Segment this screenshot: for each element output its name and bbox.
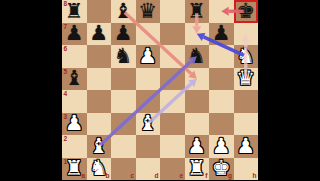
square-e1[interactable]: e [160, 158, 185, 181]
rank-label-1: 1 [64, 159, 68, 166]
square-e3[interactable] [160, 113, 185, 136]
square-d7[interactable] [136, 23, 161, 46]
piece-black-bishop[interactable]: ♝ [65, 68, 84, 89]
rank-label-5: 5 [64, 69, 68, 76]
piece-black-knight[interactable]: ♞ [187, 46, 206, 67]
piece-white-bishop[interactable]: ♝ [89, 136, 108, 157]
square-b3[interactable] [87, 113, 112, 136]
square-g6[interactable] [209, 45, 234, 68]
piece-white-rook[interactable]: ♜ [187, 158, 206, 179]
square-a1[interactable]: 1a♜ [62, 158, 87, 181]
piece-black-pawn[interactable]: ♟ [65, 23, 84, 44]
square-f7[interactable] [185, 23, 210, 46]
square-c7[interactable]: ♟ [111, 23, 136, 46]
square-d2[interactable] [136, 135, 161, 158]
square-b6[interactable] [87, 45, 112, 68]
rank-label-2: 2 [64, 136, 68, 143]
piece-black-rook[interactable]: ♜ [65, 1, 84, 22]
square-g3[interactable] [209, 113, 234, 136]
piece-white-bishop[interactable]: ♝ [138, 113, 157, 134]
rank-label-8: 8 [64, 1, 68, 8]
square-b2[interactable]: ♝ [87, 135, 112, 158]
square-f3[interactable] [185, 113, 210, 136]
file-label-e: e [179, 173, 183, 180]
screenshot-canvas: 8♜♝♛♜♚7♟♟♟♟6♞♟♞♞5♝♛43♟♝2♝♟♟♟1a♜b♞cdef♜g♚… [0, 0, 320, 180]
square-h5[interactable]: ♛ [234, 68, 259, 91]
square-b7[interactable]: ♟ [87, 23, 112, 46]
square-b5[interactable] [87, 68, 112, 91]
square-e8[interactable] [160, 0, 185, 23]
square-d6[interactable]: ♟ [136, 45, 161, 68]
piece-black-bishop[interactable]: ♝ [114, 1, 133, 22]
square-a5[interactable]: 5♝ [62, 68, 87, 91]
chess-board[interactable]: 8♜♝♛♜♚7♟♟♟♟6♞♟♞♞5♝♛43♟♝2♝♟♟♟1a♜b♞cdef♜g♚… [62, 0, 258, 180]
square-e4[interactable] [160, 90, 185, 113]
square-h1[interactable]: h [234, 158, 259, 181]
piece-black-queen[interactable]: ♛ [138, 1, 157, 22]
square-c4[interactable] [111, 90, 136, 113]
square-a4[interactable]: 4 [62, 90, 87, 113]
file-label-f: f [205, 173, 207, 180]
rank-label-6: 6 [64, 46, 68, 53]
square-h3[interactable] [234, 113, 259, 136]
file-label-d: d [155, 173, 159, 180]
square-g5[interactable] [209, 68, 234, 91]
square-b1[interactable]: b♞ [87, 158, 112, 181]
square-f1[interactable]: f♜ [185, 158, 210, 181]
rank-label-4: 4 [64, 91, 68, 98]
square-e7[interactable] [160, 23, 185, 46]
square-b4[interactable] [87, 90, 112, 113]
square-c6[interactable]: ♞ [111, 45, 136, 68]
piece-black-pawn[interactable]: ♟ [114, 23, 133, 44]
piece-black-pawn[interactable]: ♟ [212, 23, 231, 44]
piece-black-king[interactable]: ♚ [236, 1, 255, 22]
square-g1[interactable]: g♚ [209, 158, 234, 181]
piece-white-pawn[interactable]: ♟ [212, 136, 231, 157]
square-a6[interactable]: 6 [62, 45, 87, 68]
square-f6[interactable]: ♞ [185, 45, 210, 68]
square-c5[interactable] [111, 68, 136, 91]
square-a3[interactable]: 3♟ [62, 113, 87, 136]
square-a8[interactable]: 8♜ [62, 0, 87, 23]
piece-black-pawn[interactable]: ♟ [89, 23, 108, 44]
square-f2[interactable]: ♟ [185, 135, 210, 158]
file-label-b: b [106, 173, 110, 180]
square-d8[interactable]: ♛ [136, 0, 161, 23]
square-c1[interactable]: c [111, 158, 136, 181]
square-g8[interactable] [209, 0, 234, 23]
square-c2[interactable] [111, 135, 136, 158]
square-g7[interactable]: ♟ [209, 23, 234, 46]
square-c8[interactable]: ♝ [111, 0, 136, 23]
square-h6[interactable]: ♞ [234, 45, 259, 68]
square-e2[interactable] [160, 135, 185, 158]
square-a2[interactable]: 2 [62, 135, 87, 158]
file-label-h: h [253, 173, 257, 180]
square-a7[interactable]: 7♟ [62, 23, 87, 46]
rank-label-7: 7 [64, 24, 68, 31]
piece-white-knight[interactable]: ♞ [236, 46, 255, 67]
piece-black-knight[interactable]: ♞ [114, 46, 133, 67]
square-d4[interactable] [136, 90, 161, 113]
square-h2[interactable]: ♟ [234, 135, 259, 158]
square-h7[interactable] [234, 23, 259, 46]
piece-white-pawn[interactable]: ♟ [187, 136, 206, 157]
file-label-c: c [130, 173, 134, 180]
rank-label-3: 3 [64, 114, 68, 121]
square-e5[interactable] [160, 68, 185, 91]
square-f5[interactable] [185, 68, 210, 91]
square-d3[interactable]: ♝ [136, 113, 161, 136]
square-h4[interactable] [234, 90, 259, 113]
piece-black-rook[interactable]: ♜ [187, 1, 206, 22]
file-label-g: g [228, 173, 232, 180]
square-c3[interactable] [111, 113, 136, 136]
square-f4[interactable] [185, 90, 210, 113]
piece-white-pawn[interactable]: ♟ [236, 136, 255, 157]
piece-white-pawn[interactable]: ♟ [138, 46, 157, 67]
square-b8[interactable] [87, 0, 112, 23]
square-h8[interactable]: ♚ [234, 0, 259, 23]
square-d1[interactable]: d [136, 158, 161, 181]
square-f8[interactable]: ♜ [185, 0, 210, 23]
square-g2[interactable]: ♟ [209, 135, 234, 158]
square-d5[interactable] [136, 68, 161, 91]
file-label-a: a [81, 173, 85, 180]
square-e6[interactable] [160, 45, 185, 68]
piece-white-pawn[interactable]: ♟ [65, 113, 84, 134]
piece-white-queen[interactable]: ♛ [236, 68, 255, 89]
square-g4[interactable] [209, 90, 234, 113]
